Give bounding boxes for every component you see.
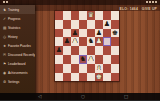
- square-b4[interactable]: [63, 46, 71, 55]
- sidebar-item-favorite-puzzles[interactable]: ★Favorite Puzzles: [0, 41, 35, 50]
- square-e5[interactable]: ♞: [87, 37, 95, 46]
- sidebar-item-label: Favorite Puzzles: [8, 44, 31, 48]
- square-e8[interactable]: ♛: [87, 11, 95, 20]
- square-b3[interactable]: [63, 55, 71, 64]
- sidebar-item-achievements[interactable]: ◉Achievements: [0, 68, 35, 77]
- square-f8[interactable]: [95, 11, 103, 20]
- square-c1[interactable]: [71, 73, 79, 82]
- square-h7[interactable]: [111, 20, 119, 29]
- square-d8[interactable]: [79, 11, 87, 20]
- square-c5[interactable]: ♟: [71, 37, 79, 46]
- square-d2[interactable]: [79, 64, 87, 73]
- square-f7[interactable]: [95, 20, 103, 29]
- sidebar-item-statistics[interactable]: ▤Statistics: [0, 23, 35, 32]
- square-b8[interactable]: [63, 11, 71, 20]
- sidebar-item-label: Settings: [8, 80, 19, 84]
- square-g5[interactable]: [103, 37, 111, 46]
- square-h4[interactable]: [111, 46, 119, 55]
- square-b6[interactable]: [63, 29, 71, 38]
- black-knight: ♞: [87, 37, 95, 46]
- square-g6[interactable]: [103, 29, 111, 38]
- square-d4[interactable]: [79, 46, 87, 55]
- square-c4[interactable]: [71, 46, 79, 55]
- black-pawn: ♟: [63, 37, 71, 46]
- square-f3[interactable]: [95, 55, 103, 64]
- sidebar-item-label: Statistics: [8, 26, 20, 30]
- black-knight: ♞: [79, 55, 87, 64]
- square-g7[interactable]: ♟: [103, 20, 111, 29]
- square-g4[interactable]: [103, 46, 111, 55]
- square-c8[interactable]: [71, 11, 79, 20]
- square-e3[interactable]: ♟: [87, 55, 95, 64]
- sidebar-item-training[interactable]: ♞Training: [0, 5, 35, 14]
- square-g1[interactable]: [103, 73, 111, 82]
- white-queen: ♛: [87, 11, 95, 20]
- white-pawn: ♟: [71, 37, 79, 46]
- sidebar-item-label: History: [8, 35, 18, 39]
- sidebar-item-label: Leaderboard: [8, 62, 26, 66]
- square-h1[interactable]: [111, 73, 119, 82]
- black-king: ♚: [111, 29, 119, 38]
- square-g2[interactable]: [103, 64, 111, 73]
- square-c2[interactable]: [71, 64, 79, 73]
- white-king: ♚: [95, 73, 103, 82]
- square-d5[interactable]: [79, 37, 87, 46]
- elo-rating-button[interactable]: ELO: 1464: [120, 7, 138, 11]
- clock-icon: [155, 1, 157, 3]
- black-pawn: ♟: [55, 46, 63, 55]
- square-b2[interactable]: [63, 64, 71, 73]
- square-d6[interactable]: [79, 29, 87, 38]
- chess-board[interactable]: ♛♟♟♟♚♟♟♞♟♟♞♟♝♚: [55, 11, 119, 81]
- white-pawn: ♟: [95, 37, 103, 46]
- sidebar-item-label: Training: [8, 8, 19, 12]
- square-f4[interactable]: [95, 46, 103, 55]
- square-h2[interactable]: [111, 64, 119, 73]
- app-screen: ELO: 1464 GIVE UP ♞Training✓Progress▤Sta…: [0, 0, 160, 100]
- sidebar-item-label: Progress: [8, 17, 20, 21]
- notification-icon: [6, 1, 8, 3]
- home-icon[interactable]: ○: [81, 93, 85, 101]
- square-g3[interactable]: [103, 55, 111, 64]
- back-icon[interactable]: ◁: [38, 93, 41, 101]
- square-f5[interactable]: ♟: [95, 37, 103, 46]
- square-a4[interactable]: ♟: [55, 46, 63, 55]
- square-d1[interactable]: [79, 73, 87, 82]
- square-b7[interactable]: [63, 20, 71, 29]
- square-f1[interactable]: ♚: [95, 73, 103, 82]
- square-d3[interactable]: ♞: [79, 55, 87, 64]
- square-a6[interactable]: [55, 29, 63, 38]
- white-pawn: ♟: [87, 55, 95, 64]
- black-pawn: ♟: [103, 20, 111, 29]
- square-e2[interactable]: [87, 64, 95, 73]
- square-a5[interactable]: [55, 37, 63, 46]
- square-h3[interactable]: [111, 55, 119, 64]
- square-a1[interactable]: [55, 73, 63, 82]
- sidebar-item-leaderboard[interactable]: ⚑Leaderboard: [0, 59, 35, 68]
- sidebar-item-progress[interactable]: ✓Progress: [0, 14, 35, 23]
- square-c3[interactable]: [71, 55, 79, 64]
- sidebar-item-settings[interactable]: ⚙Settings: [0, 77, 35, 86]
- square-a2[interactable]: [55, 64, 63, 73]
- sidebar-item-label: Discussed Recently: [8, 53, 35, 57]
- sidebar-item-discussed-recently[interactable]: ✉Discussed Recently: [0, 50, 35, 59]
- sidebar-item-label: Achievements: [8, 71, 27, 75]
- square-h8[interactable]: [111, 11, 119, 20]
- signal-icon: [149, 1, 151, 3]
- square-d7[interactable]: [79, 20, 87, 29]
- square-a7[interactable]: [55, 20, 63, 29]
- give-up-button[interactable]: GIVE UP: [142, 7, 157, 11]
- square-b1[interactable]: [63, 73, 71, 82]
- navigation-drawer: ♞Training✓Progress▤Statistics◷History★Fa…: [0, 5, 35, 101]
- recents-icon[interactable]: □: [124, 93, 128, 101]
- square-h6[interactable]: ♚: [111, 29, 119, 38]
- square-e4[interactable]: [87, 46, 95, 55]
- square-e1[interactable]: [87, 73, 95, 82]
- notification-icon: [3, 1, 5, 3]
- square-e6[interactable]: [87, 29, 95, 38]
- square-g8[interactable]: [103, 11, 111, 20]
- square-f2[interactable]: ♝: [95, 64, 103, 73]
- wifi-icon: [146, 1, 148, 3]
- square-b5[interactable]: ♟: [63, 37, 71, 46]
- square-c7[interactable]: [71, 20, 79, 29]
- square-a8[interactable]: [55, 11, 63, 20]
- sidebar-item-history[interactable]: ◷History: [0, 32, 35, 41]
- white-bishop: ♝: [95, 64, 103, 73]
- square-a3[interactable]: [55, 55, 63, 64]
- square-h5[interactable]: [111, 37, 119, 46]
- android-nav-bar: ◁○□: [0, 93, 160, 101]
- square-e7[interactable]: [87, 20, 95, 29]
- battery-icon: [152, 1, 154, 3]
